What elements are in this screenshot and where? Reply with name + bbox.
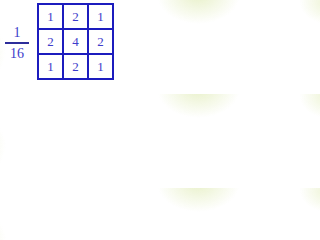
fraction-numerator: 1 bbox=[3, 25, 31, 41]
fraction-denominator: 16 bbox=[3, 46, 31, 61]
kernel-cell-r0c0: 1 bbox=[38, 4, 63, 29]
fraction-bar bbox=[5, 42, 29, 44]
kernel-cell-r2c1: 2 bbox=[63, 54, 88, 79]
kernel-cell-r2c2: 1 bbox=[88, 54, 113, 79]
kernel-cell-r1c1: 4 bbox=[63, 29, 88, 54]
kernel-cell-r0c1: 2 bbox=[63, 4, 88, 29]
kernel-cell-r2c0: 1 bbox=[38, 54, 63, 79]
kernel-grid: 1 2 1 2 4 2 1 2 1 bbox=[37, 3, 114, 80]
kernel-cell-r1c0: 2 bbox=[38, 29, 63, 54]
kernel-coefficient-fraction: 1 16 bbox=[3, 25, 31, 61]
kernel-cell-r1c2: 2 bbox=[88, 29, 113, 54]
kernel-cell-r0c2: 1 bbox=[88, 4, 113, 29]
